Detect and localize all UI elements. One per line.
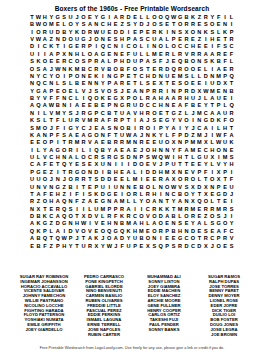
grid-cell: S — [228, 154, 234, 161]
grid-cell: V — [228, 235, 234, 242]
grid-cell: P — [228, 29, 234, 36]
grid-cell: C — [228, 44, 234, 51]
page-title: Boxers of the 1960s - Free Printable Wor… — [0, 5, 264, 12]
grid-cell: S — [228, 206, 234, 213]
grid-cell: C — [228, 228, 234, 235]
grid-cell: F — [228, 176, 234, 183]
grid-cell: T — [228, 80, 234, 87]
grid-cell: S — [228, 243, 234, 250]
word-list-column: SUGAR RAMOSRALPH DUPASJOSE TORRESBENNY P… — [194, 275, 254, 337]
word-list: SUGAR RAY ROBINSONINGEMAR JOHANSSONHORAC… — [14, 275, 254, 337]
grid-cell: Y — [228, 221, 234, 228]
grid-cell: I — [228, 198, 234, 205]
grid-cell: R — [228, 36, 234, 43]
wordsearch-page: Boxers of the 1960s - Free Printable Wor… — [0, 0, 264, 355]
grid-cell: E — [228, 147, 234, 154]
grid-cell: F — [228, 51, 234, 58]
grid-cell: I — [228, 213, 234, 220]
grid-cell: R — [228, 66, 234, 73]
grid-cell: Q — [228, 103, 234, 110]
grid-cell: T — [228, 125, 234, 132]
grid-cell: L — [228, 58, 234, 65]
word-list-column: MUHAMMAD ALISONNY LISTONJOEY GIAMBRAEDDI… — [134, 275, 194, 337]
grid-cell: R — [228, 110, 234, 117]
word-item: JOEY GIARDELLO — [26, 328, 63, 333]
word-item: JOE BROWN — [211, 333, 237, 338]
grid-cell: H — [228, 162, 234, 169]
grid-cell: I — [228, 95, 234, 102]
word-item: RUBIN CARTER — [88, 333, 120, 338]
grid-cell: J — [228, 191, 234, 198]
footer-credit: Free Printable Wordsearch from LogicLove… — [0, 346, 264, 350]
grid-cell: B — [228, 88, 234, 95]
word-list-column: PEDRO CARRASCOPONE KINGPETCHGABRIEL ELOR… — [74, 275, 134, 337]
grid-cell: I — [228, 169, 234, 176]
grid-cell: L — [228, 14, 234, 21]
grid-cell: I — [228, 21, 234, 28]
grid-cell: A — [228, 132, 234, 139]
word-list-column: SUGAR RAY ROBINSONINGEMAR JOHANSSONHORAC… — [14, 275, 74, 337]
grid-cell: K — [228, 139, 234, 146]
grid-cell: Q — [228, 73, 234, 80]
grid-cell: O — [228, 117, 234, 124]
wordsearch-grid: TWHYGSUJOEYGIARDELLOOQWGBKZRYFILBWOMELOY… — [29, 14, 235, 250]
grid-cell: U — [228, 184, 234, 191]
word-item: SONNY BANKS — [149, 328, 180, 333]
